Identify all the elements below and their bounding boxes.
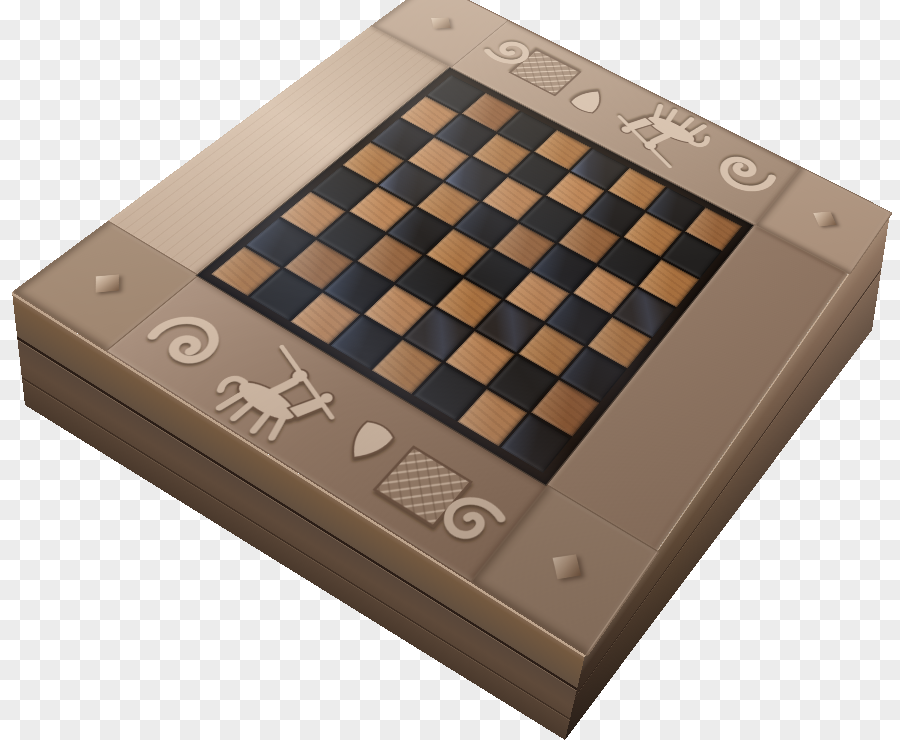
- corner-diamond-stud: [813, 212, 836, 227]
- box-top-face: [12, 0, 890, 655]
- photo-stage: [0, 0, 900, 740]
- corner-diamond-stud: [553, 554, 581, 579]
- corner-diamond-stud: [431, 17, 450, 28]
- corner-diamond-stud: [96, 274, 119, 292]
